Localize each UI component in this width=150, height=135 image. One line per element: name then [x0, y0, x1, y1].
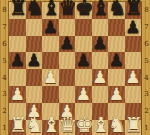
- piece-black-bishop[interactable]: ♝: [42, 0, 59, 19]
- piece-black-pawn[interactable]: ♟: [125, 19, 142, 36]
- square-b5[interactable]: ♟: [26, 52, 43, 69]
- piece-white-pawn[interactable]: ♟: [42, 69, 59, 86]
- square-h3[interactable]: [125, 86, 142, 103]
- square-d6[interactable]: ♟: [59, 36, 76, 53]
- piece-white-pawn[interactable]: ♟: [108, 86, 125, 103]
- piece-white-rook[interactable]: ♜: [125, 115, 142, 135]
- square-c1[interactable]: ♝: [42, 120, 59, 135]
- square-g3[interactable]: ♟: [108, 86, 125, 103]
- piece-white-bishop[interactable]: ♝: [42, 115, 59, 135]
- piece-black-rook[interactable]: ♜: [125, 0, 142, 19]
- piece-white-knight[interactable]: ♞: [26, 115, 43, 135]
- square-a1[interactable]: ♜: [9, 120, 26, 135]
- piece-black-pawn[interactable]: ♟: [42, 19, 59, 36]
- square-c4[interactable]: ♟: [42, 69, 59, 86]
- piece-black-pawn[interactable]: ♟: [108, 52, 125, 69]
- rank-label-8-left: 8: [0, 2, 9, 19]
- rank-label-2-left: 2: [0, 103, 9, 120]
- square-b7[interactable]: [26, 19, 43, 36]
- square-a5[interactable]: ♟: [9, 52, 26, 69]
- piece-white-king[interactable]: ♚: [75, 115, 92, 135]
- square-c7[interactable]: ♟: [42, 19, 59, 36]
- square-h4[interactable]: ♟: [125, 69, 142, 86]
- square-f6[interactable]: ♟: [92, 36, 109, 53]
- square-g7[interactable]: [108, 19, 125, 36]
- square-e8[interactable]: ♚: [75, 2, 92, 19]
- piece-white-queen[interactable]: ♛: [59, 115, 76, 135]
- piece-black-pawn[interactable]: ♟: [75, 52, 92, 69]
- rank-label-3-right: 3: [142, 86, 150, 103]
- square-f4[interactable]: ♟: [92, 69, 109, 86]
- piece-black-king[interactable]: ♚: [75, 0, 92, 19]
- square-a8[interactable]: ♜: [9, 2, 26, 19]
- square-d5[interactable]: [59, 52, 76, 69]
- square-g1[interactable]: ♞: [108, 120, 125, 135]
- rank-labels-right: 87654321: [141, 2, 150, 135]
- piece-black-bishop[interactable]: ♝: [92, 0, 109, 19]
- square-c3[interactable]: [42, 86, 59, 103]
- square-b8[interactable]: ♞: [26, 2, 43, 19]
- chess-app-window: 87654321 ♜♞♝♛♚♝♞♜♟♟♟♟♟♟♟♟♟♟♟♟♟♟♟♟♜♞♝♛♚♝♞…: [0, 0, 150, 135]
- square-g5[interactable]: ♟: [108, 52, 125, 69]
- piece-white-pawn[interactable]: ♟: [9, 86, 26, 103]
- square-e5[interactable]: ♟: [75, 52, 92, 69]
- square-f8[interactable]: ♝: [92, 2, 109, 19]
- square-g8[interactable]: ♞: [108, 2, 125, 19]
- rank-label-3-left: 3: [0, 86, 9, 103]
- rank-label-5-right: 5: [142, 52, 150, 69]
- square-e1[interactable]: ♚: [75, 120, 92, 135]
- rank-label-7-left: 7: [0, 19, 9, 36]
- rank-label-1-left: 1: [0, 120, 9, 135]
- rank-label-4-left: 4: [0, 69, 9, 86]
- square-h7[interactable]: ♟: [125, 19, 142, 36]
- piece-white-pawn[interactable]: ♟: [125, 69, 142, 86]
- piece-white-rook[interactable]: ♜: [9, 115, 26, 135]
- square-d4[interactable]: [59, 69, 76, 86]
- piece-black-pawn[interactable]: ♟: [92, 35, 109, 52]
- rank-label-2-right: 2: [142, 103, 150, 120]
- piece-black-rook[interactable]: ♜: [9, 0, 26, 19]
- piece-black-pawn[interactable]: ♟: [9, 52, 26, 69]
- square-d8[interactable]: ♛: [59, 2, 76, 19]
- rank-label-5-left: 5: [0, 52, 9, 69]
- square-a7[interactable]: [9, 19, 26, 36]
- rank-label-1-right: 1: [142, 120, 150, 135]
- rank-label-8-right: 8: [142, 2, 150, 19]
- piece-white-pawn[interactable]: ♟: [75, 86, 92, 103]
- square-e3[interactable]: ♟: [75, 86, 92, 103]
- square-f3[interactable]: [92, 86, 109, 103]
- square-f1[interactable]: ♝: [92, 120, 109, 135]
- piece-white-pawn[interactable]: ♟: [92, 69, 109, 86]
- piece-black-pawn[interactable]: ♟: [26, 52, 43, 69]
- square-c6[interactable]: [42, 36, 59, 53]
- square-e7[interactable]: [75, 19, 92, 36]
- rank-label-6-right: 6: [142, 36, 150, 53]
- square-b4[interactable]: [26, 69, 43, 86]
- piece-black-knight[interactable]: ♞: [108, 0, 125, 19]
- square-h6[interactable]: [125, 36, 142, 53]
- square-b1[interactable]: ♞: [26, 120, 43, 135]
- square-d1[interactable]: ♛: [59, 120, 76, 135]
- rank-label-7-right: 7: [142, 19, 150, 36]
- chess-board[interactable]: ♜♞♝♛♚♝♞♜♟♟♟♟♟♟♟♟♟♟♟♟♟♟♟♟♜♞♝♛♚♝♞♜: [9, 2, 141, 135]
- rank-label-4-right: 4: [142, 69, 150, 86]
- piece-white-knight[interactable]: ♞: [108, 115, 125, 135]
- piece-white-bishop[interactable]: ♝: [92, 115, 109, 135]
- square-a3[interactable]: ♟: [9, 86, 26, 103]
- rank-label-6-left: 6: [0, 36, 9, 53]
- square-h1[interactable]: ♜: [125, 120, 142, 135]
- piece-black-knight[interactable]: ♞: [26, 0, 43, 19]
- piece-black-pawn[interactable]: ♟: [59, 35, 76, 52]
- piece-black-queen[interactable]: ♛: [59, 0, 76, 19]
